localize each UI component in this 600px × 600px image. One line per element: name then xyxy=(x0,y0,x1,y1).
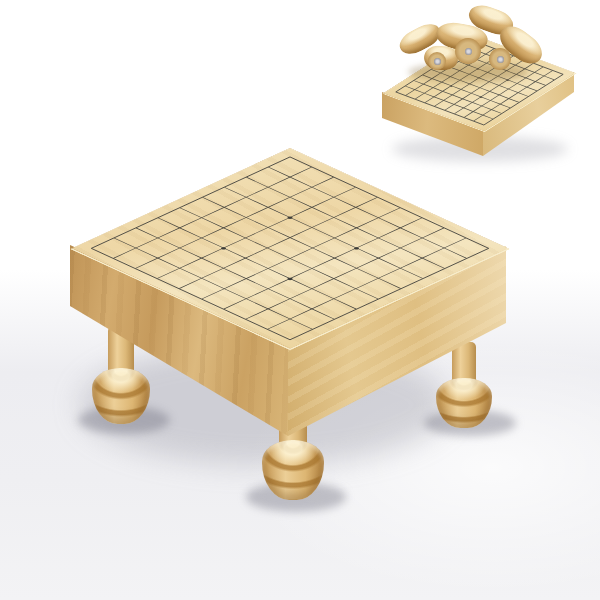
leg-screw xyxy=(434,58,441,65)
leg-screw xyxy=(465,48,472,55)
leg-bulb xyxy=(262,440,324,500)
product-photo xyxy=(0,0,600,600)
detached-leg-end xyxy=(455,38,481,64)
leg-bulb xyxy=(92,368,150,424)
detached-leg-end xyxy=(428,52,446,70)
detached-leg-end xyxy=(489,48,511,70)
leg-screw xyxy=(497,56,504,63)
leg-bulb xyxy=(436,378,492,428)
